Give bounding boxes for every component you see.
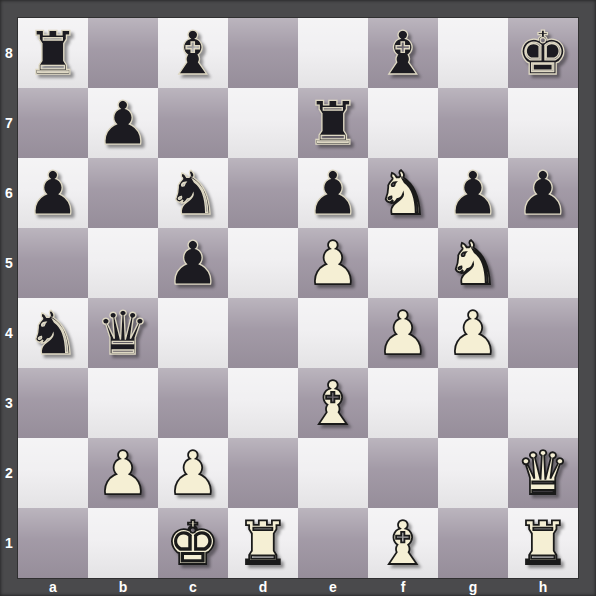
piece-white-rook: ♜ <box>516 508 570 578</box>
square-d8[interactable] <box>228 18 298 88</box>
square-g5[interactable]: ♞ <box>438 228 508 298</box>
piece-white-pawn: ♟ <box>96 438 150 508</box>
square-e5[interactable]: ♟ <box>298 228 368 298</box>
piece-white-pawn: ♟ <box>446 298 500 368</box>
square-a7[interactable] <box>18 88 88 158</box>
piece-black-queen: ♛ <box>96 298 150 368</box>
file-label-h: h <box>508 578 578 596</box>
square-g6[interactable]: ♟ <box>438 158 508 228</box>
square-e7[interactable]: ♜ <box>298 88 368 158</box>
file-label-a: a <box>18 578 88 596</box>
square-h4[interactable] <box>508 298 578 368</box>
square-b3[interactable] <box>88 368 158 438</box>
square-a2[interactable] <box>18 438 88 508</box>
piece-white-rook: ♜ <box>236 508 290 578</box>
rank-label-1: 1 <box>0 508 18 578</box>
square-g4[interactable]: ♟ <box>438 298 508 368</box>
square-h1[interactable]: ♜ <box>508 508 578 578</box>
square-f6[interactable]: ♞ <box>368 158 438 228</box>
piece-white-pawn: ♟ <box>166 438 220 508</box>
piece-white-king: ♚ <box>166 508 220 578</box>
square-g3[interactable] <box>438 368 508 438</box>
square-c1[interactable]: ♚ <box>158 508 228 578</box>
file-label-b: b <box>88 578 158 596</box>
piece-black-pawn: ♟ <box>516 158 570 228</box>
square-a5[interactable] <box>18 228 88 298</box>
square-a3[interactable] <box>18 368 88 438</box>
square-h5[interactable] <box>508 228 578 298</box>
rank-label-5: 5 <box>0 228 18 298</box>
square-h7[interactable] <box>508 88 578 158</box>
piece-black-pawn: ♟ <box>96 88 150 158</box>
square-b6[interactable] <box>88 158 158 228</box>
square-e4[interactable] <box>298 298 368 368</box>
square-f1[interactable]: ♝ <box>368 508 438 578</box>
piece-black-pawn: ♟ <box>306 158 360 228</box>
piece-black-rook: ♜ <box>26 18 80 88</box>
square-c8[interactable]: ♝ <box>158 18 228 88</box>
piece-black-bishop: ♝ <box>376 18 430 88</box>
piece-black-knight: ♞ <box>26 298 80 368</box>
square-c6[interactable]: ♞ <box>158 158 228 228</box>
rank-label-4: 4 <box>0 298 18 368</box>
file-label-d: d <box>228 578 298 596</box>
square-g7[interactable] <box>438 88 508 158</box>
square-a6[interactable]: ♟ <box>18 158 88 228</box>
square-a8[interactable]: ♜ <box>18 18 88 88</box>
square-b5[interactable] <box>88 228 158 298</box>
file-label-g: g <box>438 578 508 596</box>
square-g2[interactable] <box>438 438 508 508</box>
square-h2[interactable]: ♛ <box>508 438 578 508</box>
piece-white-bishop: ♝ <box>306 368 360 438</box>
square-b7[interactable]: ♟ <box>88 88 158 158</box>
square-c5[interactable]: ♟ <box>158 228 228 298</box>
piece-black-rook: ♜ <box>306 88 360 158</box>
piece-white-pawn: ♟ <box>376 298 430 368</box>
square-b8[interactable] <box>88 18 158 88</box>
square-g1[interactable] <box>438 508 508 578</box>
file-label-e: e <box>298 578 368 596</box>
square-b4[interactable]: ♛ <box>88 298 158 368</box>
piece-black-pawn: ♟ <box>166 228 220 298</box>
square-e8[interactable] <box>298 18 368 88</box>
square-h8[interactable]: ♚ <box>508 18 578 88</box>
square-g8[interactable] <box>438 18 508 88</box>
piece-white-knight: ♞ <box>446 228 500 298</box>
chess-board: ♜♝♝♚♟♜♟♞♟♞♟♟♟♟♞♞♛♟♟♝♟♟♛♚♜♝♜ <box>18 18 578 578</box>
square-e6[interactable]: ♟ <box>298 158 368 228</box>
square-c4[interactable] <box>158 298 228 368</box>
square-e3[interactable]: ♝ <box>298 368 368 438</box>
square-d5[interactable] <box>228 228 298 298</box>
square-d7[interactable] <box>228 88 298 158</box>
piece-black-bishop: ♝ <box>166 18 220 88</box>
piece-white-queen: ♛ <box>516 438 570 508</box>
square-a4[interactable]: ♞ <box>18 298 88 368</box>
square-e2[interactable] <box>298 438 368 508</box>
piece-black-king: ♚ <box>516 18 570 88</box>
rank-label-2: 2 <box>0 438 18 508</box>
piece-black-knight: ♞ <box>166 158 220 228</box>
square-b1[interactable] <box>88 508 158 578</box>
file-label-f: f <box>368 578 438 596</box>
square-h3[interactable] <box>508 368 578 438</box>
piece-black-pawn: ♟ <box>26 158 80 228</box>
square-f7[interactable] <box>368 88 438 158</box>
square-h6[interactable]: ♟ <box>508 158 578 228</box>
square-f8[interactable]: ♝ <box>368 18 438 88</box>
square-d3[interactable] <box>228 368 298 438</box>
chessboard-frame: ♜♝♝♚♟♜♟♞♟♞♟♟♟♟♞♞♛♟♟♝♟♟♛♚♜♝♜ 87654321 abc… <box>0 0 596 596</box>
square-f5[interactable] <box>368 228 438 298</box>
square-e1[interactable] <box>298 508 368 578</box>
square-c2[interactable]: ♟ <box>158 438 228 508</box>
file-label-c: c <box>158 578 228 596</box>
square-c3[interactable] <box>158 368 228 438</box>
square-c7[interactable] <box>158 88 228 158</box>
piece-white-pawn: ♟ <box>306 228 360 298</box>
square-f3[interactable] <box>368 368 438 438</box>
piece-white-knight: ♞ <box>376 158 430 228</box>
square-d2[interactable] <box>228 438 298 508</box>
square-a1[interactable] <box>18 508 88 578</box>
square-f4[interactable]: ♟ <box>368 298 438 368</box>
rank-label-7: 7 <box>0 88 18 158</box>
rank-label-8: 8 <box>0 18 18 88</box>
rank-label-3: 3 <box>0 368 18 438</box>
square-f2[interactable] <box>368 438 438 508</box>
square-d1[interactable]: ♜ <box>228 508 298 578</box>
piece-black-pawn: ♟ <box>446 158 500 228</box>
square-b2[interactable]: ♟ <box>88 438 158 508</box>
square-d4[interactable] <box>228 298 298 368</box>
rank-label-6: 6 <box>0 158 18 228</box>
piece-white-bishop: ♝ <box>376 508 430 578</box>
square-d6[interactable] <box>228 158 298 228</box>
